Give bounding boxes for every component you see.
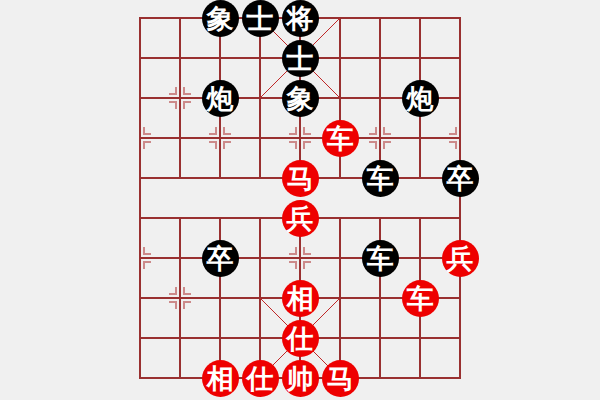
piece-black-elephant[interactable]: 象 — [202, 0, 239, 37]
piece-red-soldier[interactable]: 兵 — [282, 200, 319, 237]
piece-black-advisor[interactable]: 士 — [282, 40, 319, 77]
piece-red-elephant[interactable]: 相 — [202, 360, 239, 397]
piece-black-chariot[interactable]: 车 — [362, 240, 399, 277]
piece-red-soldier[interactable]: 兵 — [442, 240, 479, 277]
piece-black-advisor[interactable]: 士 — [242, 0, 279, 37]
piece-black-soldier[interactable]: 卒 — [202, 240, 239, 277]
piece-black-general[interactable]: 将 — [282, 0, 319, 37]
piece-red-horse[interactable]: 马 — [322, 360, 359, 397]
piece-red-chariot[interactable]: 车 — [322, 120, 359, 157]
piece-red-advisor[interactable]: 仕 — [282, 320, 319, 357]
piece-black-cannon[interactable]: 炮 — [402, 80, 439, 117]
piece-red-horse[interactable]: 马 — [282, 160, 319, 197]
piece-black-cannon[interactable]: 炮 — [202, 80, 239, 117]
piece-black-elephant[interactable]: 象 — [282, 80, 319, 117]
piece-black-chariot[interactable]: 车 — [362, 160, 399, 197]
xiangqi-board[interactable]: 象士将士炮象炮车卒卒车车马兵兵相车仕相仕帅马 — [0, 0, 600, 400]
piece-red-elephant[interactable]: 相 — [282, 280, 319, 317]
piece-red-advisor[interactable]: 仕 — [242, 360, 279, 397]
piece-red-general[interactable]: 帅 — [282, 360, 319, 397]
piece-grid[interactable]: 象士将士炮象炮车卒卒车车马兵兵相车仕相仕帅马 — [120, 0, 480, 398]
piece-black-soldier[interactable]: 卒 — [442, 160, 479, 197]
piece-red-chariot[interactable]: 车 — [402, 280, 439, 317]
